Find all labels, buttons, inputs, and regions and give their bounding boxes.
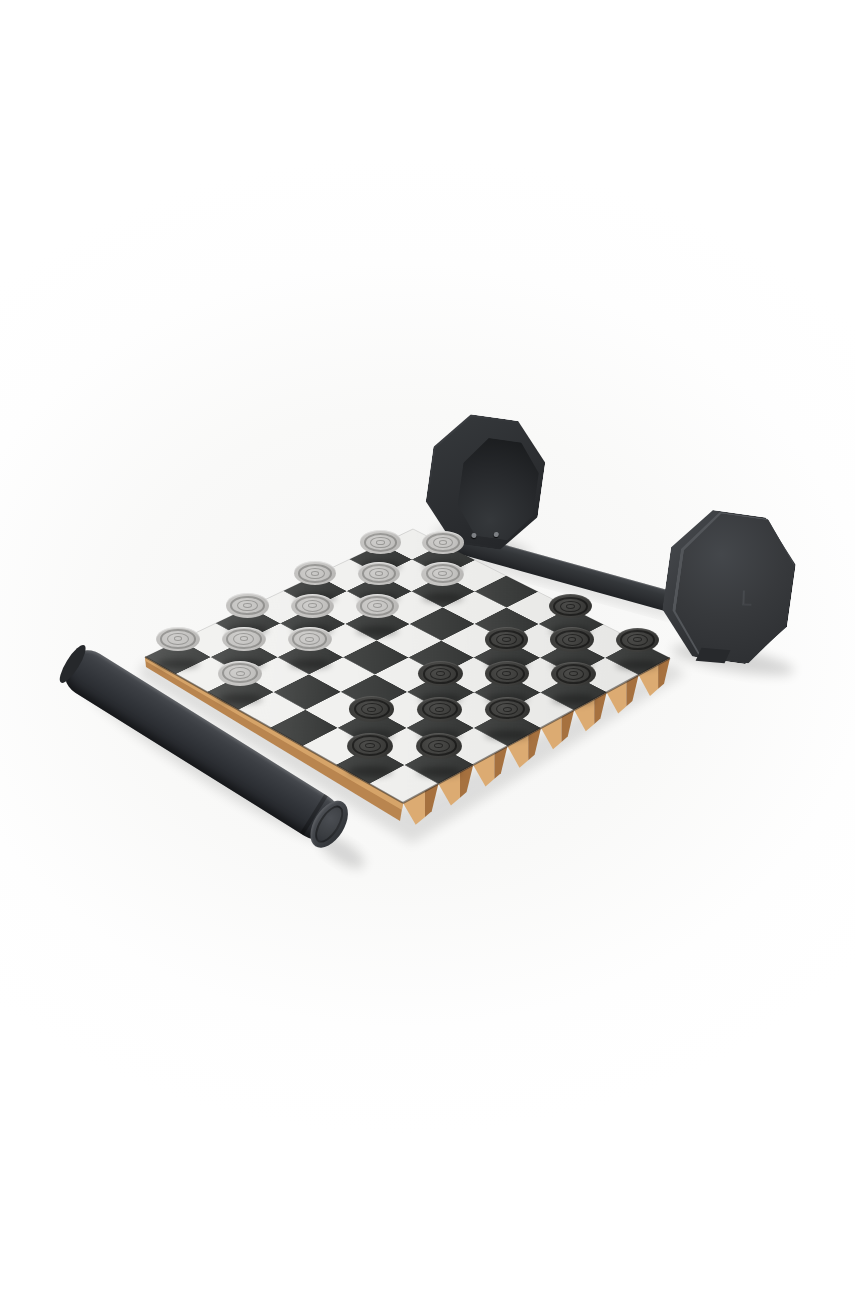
stand-octagon-cap-right <box>656 505 801 669</box>
stand-octagon-cap-left <box>421 410 551 554</box>
brand-logo-mark-icon <box>742 590 752 605</box>
product-photo-scene: ⛀⛀⛀⛀⛀⛀⛀⛀⛀⛀⛀⛀⛂⛂⛂⛂⛂⛂⛂⛂⛂⛂⛂⛂ <box>0 0 855 1290</box>
stand-octagon-foot <box>696 648 731 664</box>
tube-cap <box>303 794 356 854</box>
tube-end-face <box>55 642 89 686</box>
rivet-hole <box>471 533 477 539</box>
